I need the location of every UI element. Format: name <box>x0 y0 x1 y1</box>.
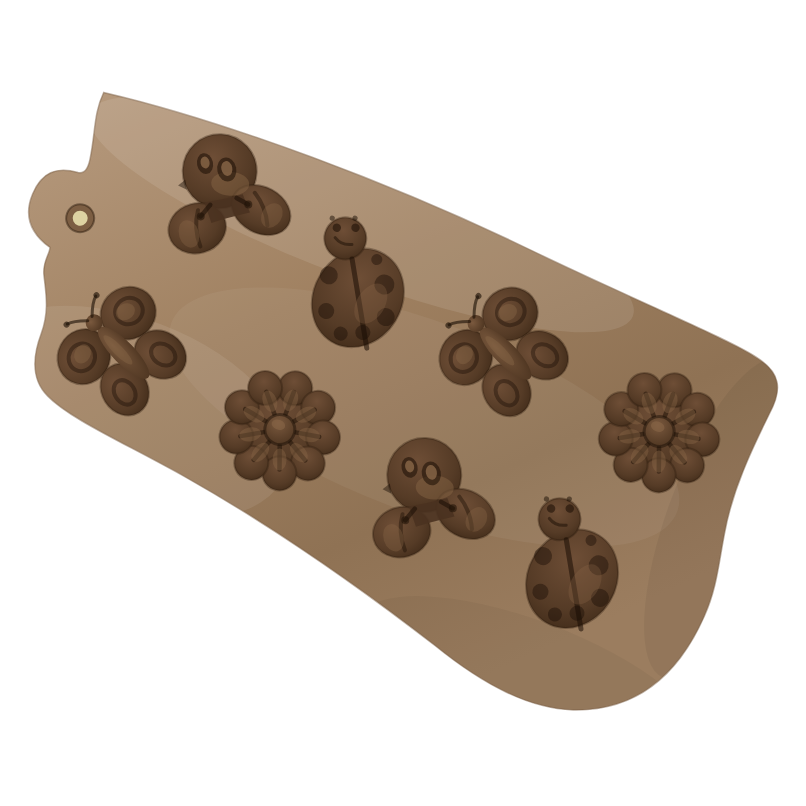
product-photo <box>0 0 806 806</box>
mold <box>0 42 806 799</box>
photo-canvas <box>0 0 806 806</box>
